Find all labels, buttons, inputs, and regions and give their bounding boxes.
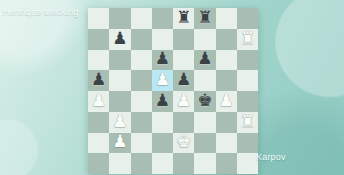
- square-a5[interactable]: ♟: [88, 70, 109, 91]
- square-f3[interactable]: [194, 112, 215, 133]
- square-a8[interactable]: [88, 8, 109, 29]
- player-name-bottom: Karpov: [256, 152, 286, 162]
- square-b1[interactable]: [109, 153, 130, 174]
- black-king-icon: ♚: [197, 92, 212, 109]
- square-f4[interactable]: ♚: [194, 91, 215, 112]
- square-c2[interactable]: [131, 133, 152, 154]
- white-pawn-icon: ♟: [155, 71, 170, 88]
- square-e7[interactable]: [173, 29, 194, 50]
- square-c4[interactable]: [131, 91, 152, 112]
- white-pawn-icon: ♟: [176, 92, 191, 109]
- square-h3[interactable]: ♜: [237, 112, 258, 133]
- square-e3[interactable]: [173, 112, 194, 133]
- square-b2[interactable]: ♟: [109, 133, 130, 154]
- square-f2[interactable]: [194, 133, 215, 154]
- square-c6[interactable]: [131, 50, 152, 71]
- square-e2[interactable]: ♚: [173, 133, 194, 154]
- square-f6[interactable]: ♟: [194, 50, 215, 71]
- square-e1[interactable]: [173, 153, 194, 174]
- square-a1[interactable]: [88, 153, 109, 174]
- black-pawn-icon: ♟: [197, 50, 212, 67]
- square-g4[interactable]: ♟: [216, 91, 237, 112]
- white-pawn-icon: ♟: [91, 92, 106, 109]
- black-pawn-icon: ♟: [155, 92, 170, 109]
- square-c5[interactable]: [131, 70, 152, 91]
- square-b6[interactable]: [109, 50, 130, 71]
- square-d4[interactable]: ♟: [152, 91, 173, 112]
- white-pawn-icon: ♟: [112, 113, 127, 130]
- square-c3[interactable]: [131, 112, 152, 133]
- square-h2[interactable]: [237, 133, 258, 154]
- square-g5[interactable]: [216, 70, 237, 91]
- square-a3[interactable]: [88, 112, 109, 133]
- square-g2[interactable]: [216, 133, 237, 154]
- white-pawn-icon: ♟: [112, 133, 127, 150]
- square-f5[interactable]: [194, 70, 215, 91]
- square-c7[interactable]: [131, 29, 152, 50]
- square-d2[interactable]: [152, 133, 173, 154]
- square-h5[interactable]: [237, 70, 258, 91]
- white-rook-icon: ♜: [240, 113, 255, 130]
- square-e6[interactable]: [173, 50, 194, 71]
- square-e8[interactable]: ♜: [173, 8, 194, 29]
- square-d8[interactable]: [152, 8, 173, 29]
- black-rook-icon: ♜: [176, 9, 191, 26]
- square-f8[interactable]: ♜: [194, 8, 215, 29]
- square-a6[interactable]: [88, 50, 109, 71]
- square-d7[interactable]: [152, 29, 173, 50]
- square-b7[interactable]: ♟: [109, 29, 130, 50]
- square-f7[interactable]: [194, 29, 215, 50]
- square-a4[interactable]: ♟: [88, 91, 109, 112]
- white-king-icon: ♚: [176, 133, 191, 150]
- square-g3[interactable]: [216, 112, 237, 133]
- white-rook-icon: ♜: [240, 30, 255, 47]
- player-name-top: Henrique Mecking: [3, 7, 79, 17]
- black-pawn-icon: ♟: [176, 71, 191, 88]
- square-b5[interactable]: [109, 70, 130, 91]
- white-pawn-icon: ♟: [219, 92, 234, 109]
- square-d6[interactable]: ♟: [152, 50, 173, 71]
- square-h6[interactable]: [237, 50, 258, 71]
- square-g1[interactable]: [216, 153, 237, 174]
- square-b3[interactable]: ♟: [109, 112, 130, 133]
- square-g6[interactable]: [216, 50, 237, 71]
- square-h1[interactable]: [237, 153, 258, 174]
- square-b8[interactable]: [109, 8, 130, 29]
- square-c8[interactable]: [131, 8, 152, 29]
- black-pawn-icon: ♟: [155, 50, 170, 67]
- chess-board: ♜♜♟♜♟♟♟♟♟♟♟♟♚♟♟♜♟♚: [88, 8, 258, 174]
- square-a2[interactable]: [88, 133, 109, 154]
- square-a7[interactable]: [88, 29, 109, 50]
- square-e4[interactable]: ♟: [173, 91, 194, 112]
- black-pawn-icon: ♟: [91, 71, 106, 88]
- square-g7[interactable]: [216, 29, 237, 50]
- square-e5[interactable]: ♟: [173, 70, 194, 91]
- square-h7[interactable]: ♜: [237, 29, 258, 50]
- black-pawn-icon: ♟: [112, 30, 127, 47]
- black-rook-icon: ♜: [197, 9, 212, 26]
- square-h8[interactable]: [237, 8, 258, 29]
- square-h4[interactable]: [237, 91, 258, 112]
- square-d1[interactable]: [152, 153, 173, 174]
- square-d5[interactable]: ♟: [152, 70, 173, 91]
- game-screen: Henrique Mecking ♜♜♟♜♟♟♟♟♟♟♟♟♚♟♟♜♟♚ Karp…: [0, 0, 344, 175]
- square-f1[interactable]: [194, 153, 215, 174]
- square-b4[interactable]: [109, 91, 130, 112]
- square-g8[interactable]: [216, 8, 237, 29]
- square-d3[interactable]: [152, 112, 173, 133]
- square-c1[interactable]: [131, 153, 152, 174]
